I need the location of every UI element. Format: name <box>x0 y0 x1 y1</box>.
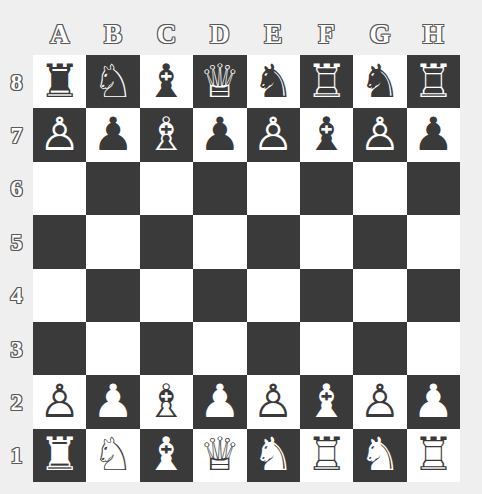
piece-white-pawn: ♙ <box>359 378 400 424</box>
square-b4[interactable] <box>86 269 139 322</box>
square-a6[interactable] <box>33 162 86 215</box>
rank-label-7: 7 <box>0 108 33 161</box>
square-f3[interactable] <box>300 322 353 375</box>
square-c5[interactable] <box>140 215 193 268</box>
square-e2[interactable]: ♙ <box>247 375 300 428</box>
square-d4[interactable] <box>193 269 246 322</box>
square-h7[interactable]: ♟ <box>407 108 460 161</box>
piece-white-queen: ♕ <box>199 431 240 477</box>
rank-label-2: 2 <box>0 375 33 428</box>
square-c6[interactable] <box>140 162 193 215</box>
square-c8[interactable]: ♝ <box>140 55 193 108</box>
square-a3[interactable] <box>33 322 86 375</box>
rank-label-8: 8 <box>0 55 33 108</box>
piece-black-rook: ♖ <box>306 58 347 104</box>
square-b3[interactable] <box>86 322 139 375</box>
file-label-g: G <box>353 0 406 55</box>
pixel-chess-screen: ABCDEFGH 87654321 ♜♘♝♕♞♖♞♖♙♟♗♟♙♝♙♟♙♟♗♟♙♝… <box>0 0 482 494</box>
square-e4[interactable] <box>247 269 300 322</box>
rank-label-5: 5 <box>0 215 33 268</box>
square-b7[interactable]: ♟ <box>86 108 139 161</box>
square-f8[interactable]: ♖ <box>300 55 353 108</box>
square-a7[interactable]: ♙ <box>33 108 86 161</box>
square-h3[interactable] <box>407 322 460 375</box>
square-g7[interactable]: ♙ <box>353 108 406 161</box>
square-e1[interactable]: ♞ <box>247 429 300 482</box>
square-c4[interactable] <box>140 269 193 322</box>
square-g2[interactable]: ♙ <box>353 375 406 428</box>
piece-white-pawn: ♟ <box>413 378 454 424</box>
piece-white-rook: ♜ <box>39 431 80 477</box>
square-g3[interactable] <box>353 322 406 375</box>
square-f7[interactable]: ♝ <box>300 108 353 161</box>
square-b5[interactable] <box>86 215 139 268</box>
file-label-f: F <box>300 0 353 55</box>
piece-white-bishop: ♝ <box>306 378 347 424</box>
square-a4[interactable] <box>33 269 86 322</box>
piece-white-knight: ♞ <box>253 431 294 477</box>
piece-black-knight: ♞ <box>359 58 400 104</box>
square-h1[interactable]: ♖ <box>407 429 460 482</box>
square-h2[interactable]: ♟ <box>407 375 460 428</box>
square-e3[interactable] <box>247 322 300 375</box>
rank-labels: 87654321 <box>0 55 33 482</box>
square-f4[interactable] <box>300 269 353 322</box>
square-g6[interactable] <box>353 162 406 215</box>
file-label-c: C <box>140 0 193 55</box>
piece-black-pawn: ♟ <box>92 111 133 157</box>
square-h5[interactable] <box>407 215 460 268</box>
piece-black-rook: ♖ <box>413 58 454 104</box>
square-a5[interactable] <box>33 215 86 268</box>
rank-label-1: 1 <box>0 429 33 482</box>
file-label-h: H <box>407 0 460 55</box>
piece-black-knight: ♘ <box>92 58 133 104</box>
rank-label-4: 4 <box>0 269 33 322</box>
piece-white-pawn: ♙ <box>253 378 294 424</box>
square-b2[interactable]: ♟ <box>86 375 139 428</box>
piece-black-pawn: ♙ <box>253 111 294 157</box>
piece-white-bishop: ♝ <box>146 431 187 477</box>
square-d6[interactable] <box>193 162 246 215</box>
piece-black-pawn: ♙ <box>39 111 80 157</box>
square-d2[interactable]: ♟ <box>193 375 246 428</box>
square-f1[interactable]: ♖ <box>300 429 353 482</box>
piece-black-bishop: ♝ <box>306 111 347 157</box>
square-e7[interactable]: ♙ <box>247 108 300 161</box>
square-a2[interactable]: ♙ <box>33 375 86 428</box>
piece-white-pawn: ♟ <box>199 378 240 424</box>
square-c2[interactable]: ♗ <box>140 375 193 428</box>
square-e5[interactable] <box>247 215 300 268</box>
square-g5[interactable] <box>353 215 406 268</box>
square-b1[interactable]: ♘ <box>86 429 139 482</box>
square-b6[interactable] <box>86 162 139 215</box>
square-h6[interactable] <box>407 162 460 215</box>
piece-white-knight: ♞ <box>359 431 400 477</box>
square-b8[interactable]: ♘ <box>86 55 139 108</box>
square-f5[interactable] <box>300 215 353 268</box>
rank-label-6: 6 <box>0 162 33 215</box>
square-g8[interactable]: ♞ <box>353 55 406 108</box>
square-g1[interactable]: ♞ <box>353 429 406 482</box>
piece-white-pawn: ♙ <box>39 378 80 424</box>
square-c7[interactable]: ♗ <box>140 108 193 161</box>
file-label-e: E <box>247 0 300 55</box>
piece-white-pawn: ♟ <box>92 378 133 424</box>
file-label-a: A <box>33 0 86 55</box>
square-c1[interactable]: ♝ <box>140 429 193 482</box>
piece-black-pawn: ♟ <box>199 111 240 157</box>
file-label-b: B <box>86 0 139 55</box>
piece-white-bishop: ♗ <box>146 378 187 424</box>
piece-white-rook: ♖ <box>306 431 347 477</box>
piece-black-queen: ♕ <box>199 58 240 104</box>
square-d5[interactable] <box>193 215 246 268</box>
square-g4[interactable] <box>353 269 406 322</box>
rank-label-3: 3 <box>0 322 33 375</box>
square-h8[interactable]: ♖ <box>407 55 460 108</box>
chess-board: ♜♘♝♕♞♖♞♖♙♟♗♟♙♝♙♟♙♟♗♟♙♝♙♟♜♘♝♕♞♖♞♖ <box>33 55 460 482</box>
piece-white-knight: ♘ <box>92 431 133 477</box>
square-a8[interactable]: ♜ <box>33 55 86 108</box>
square-e8[interactable]: ♞ <box>247 55 300 108</box>
piece-white-rook: ♖ <box>413 431 454 477</box>
piece-black-rook: ♜ <box>39 58 80 104</box>
square-d8[interactable]: ♕ <box>193 55 246 108</box>
square-f2[interactable]: ♝ <box>300 375 353 428</box>
square-c3[interactable] <box>140 322 193 375</box>
piece-black-bishop: ♝ <box>146 58 187 104</box>
square-h4[interactable] <box>407 269 460 322</box>
square-d3[interactable] <box>193 322 246 375</box>
piece-black-bishop: ♗ <box>146 111 187 157</box>
piece-black-pawn: ♙ <box>359 111 400 157</box>
piece-black-pawn: ♟ <box>413 111 454 157</box>
file-labels: ABCDEFGH <box>33 0 460 55</box>
square-e6[interactable] <box>247 162 300 215</box>
piece-black-knight: ♞ <box>253 58 294 104</box>
square-d7[interactable]: ♟ <box>193 108 246 161</box>
square-a1[interactable]: ♜ <box>33 429 86 482</box>
square-d1[interactable]: ♕ <box>193 429 246 482</box>
file-label-d: D <box>193 0 246 55</box>
square-f6[interactable] <box>300 162 353 215</box>
